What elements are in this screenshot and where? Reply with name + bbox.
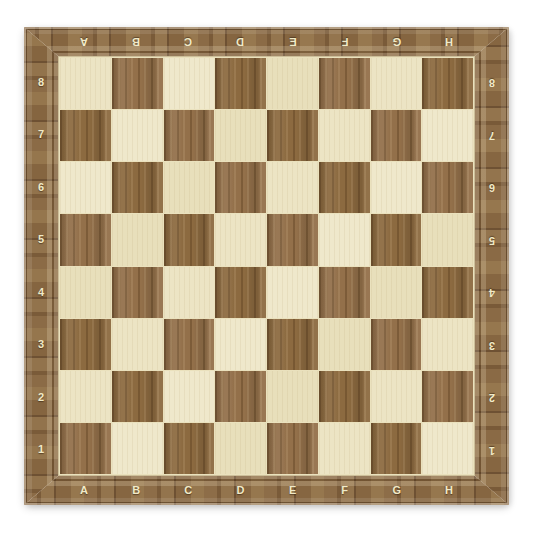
rank-label-left-7: 7 xyxy=(24,109,58,162)
square-e3[interactable] xyxy=(267,319,318,370)
square-d1[interactable] xyxy=(215,423,266,474)
rank-label-left-1: 1 xyxy=(24,424,58,477)
square-g4[interactable] xyxy=(371,267,422,318)
file-labels-top: ABCDEFGH xyxy=(58,27,475,56)
rank-label-left-6: 6 xyxy=(24,161,58,214)
square-h6[interactable] xyxy=(422,162,473,213)
file-label-bottom-A: A xyxy=(58,476,110,505)
square-g2[interactable] xyxy=(371,371,422,422)
square-g8[interactable] xyxy=(371,58,422,109)
square-b2[interactable] xyxy=(112,371,163,422)
square-g7[interactable] xyxy=(371,110,422,161)
square-a5[interactable] xyxy=(60,214,111,265)
square-a4[interactable] xyxy=(60,267,111,318)
square-e5[interactable] xyxy=(267,214,318,265)
rank-label-left-8: 8 xyxy=(24,56,58,109)
file-label-bottom-D: D xyxy=(214,476,266,505)
square-f8[interactable] xyxy=(319,58,370,109)
chessboard: ABCDEFGH ABCDEFGH 87654321 87654321 xyxy=(24,27,509,505)
square-c7[interactable] xyxy=(164,110,215,161)
square-f1[interactable] xyxy=(319,423,370,474)
file-label-bottom-C: C xyxy=(162,476,214,505)
square-f5[interactable] xyxy=(319,214,370,265)
square-e1[interactable] xyxy=(267,423,318,474)
square-a1[interactable] xyxy=(60,423,111,474)
rank-label-left-5: 5 xyxy=(24,214,58,267)
rank-label-right-1: 1 xyxy=(475,424,509,477)
square-d3[interactable] xyxy=(215,319,266,370)
file-label-bottom-B: B xyxy=(110,476,162,505)
square-e6[interactable] xyxy=(267,162,318,213)
square-c4[interactable] xyxy=(164,267,215,318)
square-a8[interactable] xyxy=(60,58,111,109)
square-b5[interactable] xyxy=(112,214,163,265)
square-g6[interactable] xyxy=(371,162,422,213)
square-h1[interactable] xyxy=(422,423,473,474)
square-b7[interactable] xyxy=(112,110,163,161)
square-a6[interactable] xyxy=(60,162,111,213)
square-f4[interactable] xyxy=(319,267,370,318)
rank-label-right-3: 3 xyxy=(475,319,509,372)
file-label-top-C: C xyxy=(162,27,214,56)
file-label-top-A: A xyxy=(58,27,110,56)
square-d8[interactable] xyxy=(215,58,266,109)
square-g5[interactable] xyxy=(371,214,422,265)
rank-label-right-7: 7 xyxy=(475,109,509,162)
rank-label-left-4: 4 xyxy=(24,266,58,319)
square-h3[interactable] xyxy=(422,319,473,370)
file-label-top-G: G xyxy=(371,27,423,56)
square-h4[interactable] xyxy=(422,267,473,318)
square-e4[interactable] xyxy=(267,267,318,318)
square-c1[interactable] xyxy=(164,423,215,474)
rank-label-left-3: 3 xyxy=(24,319,58,372)
rank-labels-right: 87654321 xyxy=(475,56,509,476)
square-d5[interactable] xyxy=(215,214,266,265)
file-label-bottom-H: H xyxy=(423,476,475,505)
file-label-top-F: F xyxy=(319,27,371,56)
rank-label-left-2: 2 xyxy=(24,371,58,424)
square-h8[interactable] xyxy=(422,58,473,109)
square-d4[interactable] xyxy=(215,267,266,318)
rank-label-right-4: 4 xyxy=(475,266,509,319)
rank-label-right-5: 5 xyxy=(475,214,509,267)
square-d2[interactable] xyxy=(215,371,266,422)
square-d6[interactable] xyxy=(215,162,266,213)
square-b4[interactable] xyxy=(112,267,163,318)
file-label-top-D: D xyxy=(214,27,266,56)
square-f3[interactable] xyxy=(319,319,370,370)
file-label-bottom-E: E xyxy=(267,476,319,505)
file-label-top-H: H xyxy=(423,27,475,56)
square-c6[interactable] xyxy=(164,162,215,213)
file-label-bottom-F: F xyxy=(319,476,371,505)
square-g1[interactable] xyxy=(371,423,422,474)
square-c5[interactable] xyxy=(164,214,215,265)
square-c8[interactable] xyxy=(164,58,215,109)
square-a3[interactable] xyxy=(60,319,111,370)
file-label-top-E: E xyxy=(267,27,319,56)
rank-label-right-2: 2 xyxy=(475,371,509,424)
file-label-top-B: B xyxy=(110,27,162,56)
rank-labels-left: 87654321 xyxy=(24,56,58,476)
square-h5[interactable] xyxy=(422,214,473,265)
square-c3[interactable] xyxy=(164,319,215,370)
square-b6[interactable] xyxy=(112,162,163,213)
square-g3[interactable] xyxy=(371,319,422,370)
board-surface xyxy=(58,56,475,476)
square-c2[interactable] xyxy=(164,371,215,422)
square-b3[interactable] xyxy=(112,319,163,370)
board-grid xyxy=(60,58,473,474)
square-a2[interactable] xyxy=(60,371,111,422)
square-b8[interactable] xyxy=(112,58,163,109)
square-h7[interactable] xyxy=(422,110,473,161)
square-f7[interactable] xyxy=(319,110,370,161)
square-f6[interactable] xyxy=(319,162,370,213)
square-h2[interactable] xyxy=(422,371,473,422)
rank-label-right-6: 6 xyxy=(475,161,509,214)
rank-label-right-8: 8 xyxy=(475,56,509,109)
square-e8[interactable] xyxy=(267,58,318,109)
square-e7[interactable] xyxy=(267,110,318,161)
file-label-bottom-G: G xyxy=(371,476,423,505)
square-f2[interactable] xyxy=(319,371,370,422)
square-e2[interactable] xyxy=(267,371,318,422)
square-d7[interactable] xyxy=(215,110,266,161)
square-b1[interactable] xyxy=(112,423,163,474)
file-labels-bottom: ABCDEFGH xyxy=(58,476,475,505)
square-a7[interactable] xyxy=(60,110,111,161)
